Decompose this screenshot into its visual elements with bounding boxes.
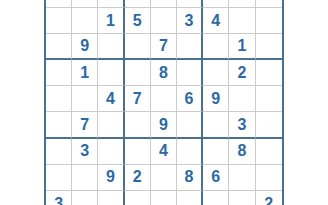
- sudoku-cell-r7c6[interactable]: [177, 139, 203, 165]
- given-digit: 1: [54, 0, 63, 3]
- sudoku-cell-r4c2[interactable]: 1: [72, 60, 98, 86]
- given-digit: 7: [159, 38, 168, 54]
- sudoku-cell-r2c1[interactable]: [46, 8, 72, 34]
- given-digit: 7: [133, 91, 142, 107]
- given-digit: 4: [106, 91, 115, 107]
- given-digit: 9: [211, 91, 220, 107]
- sudoku-cell-r9c7[interactable]: [203, 191, 229, 205]
- sudoku-cell-r8c7[interactable]: 6: [203, 165, 229, 191]
- sudoku-cell-r8c5[interactable]: [151, 165, 177, 191]
- sudoku-cell-r1c1[interactable]: 1: [46, 0, 72, 8]
- given-digit: 4: [159, 143, 168, 159]
- given-digit: 1: [237, 38, 246, 54]
- sudoku-cell-r2c2[interactable]: [72, 8, 98, 34]
- given-digit: 4: [264, 0, 273, 3]
- sudoku-cell-r5c4[interactable]: 7: [125, 86, 151, 112]
- sudoku-cell-r8c2[interactable]: [72, 165, 98, 191]
- sudoku-cell-r6c6[interactable]: [177, 112, 203, 138]
- sudoku-cell-r6c7[interactable]: [203, 112, 229, 138]
- sudoku-cell-r3c1[interactable]: [46, 34, 72, 60]
- sudoku-cell-r8c6[interactable]: 8: [177, 165, 203, 191]
- sudoku-board-viewport: 1415349711824769793348928632: [0, 0, 328, 205]
- sudoku-cell-r7c1[interactable]: [46, 139, 72, 165]
- sudoku-cell-r1c3[interactable]: [98, 0, 124, 8]
- sudoku-cell-r3c4[interactable]: [125, 34, 151, 60]
- sudoku-grid: 1415349711824769793348928632: [44, 0, 284, 205]
- sudoku-cell-r7c3[interactable]: [98, 139, 124, 165]
- sudoku-cell-r6c3[interactable]: [98, 112, 124, 138]
- sudoku-cell-r1c5[interactable]: [151, 0, 177, 8]
- sudoku-cell-r3c8[interactable]: 1: [229, 34, 255, 60]
- sudoku-cell-r3c7[interactable]: [203, 34, 229, 60]
- given-digit: 5: [133, 13, 142, 29]
- sudoku-cell-r6c5[interactable]: 9: [151, 112, 177, 138]
- sudoku-cell-r5c6[interactable]: 6: [177, 86, 203, 112]
- sudoku-cell-r4c9[interactable]: [256, 60, 282, 86]
- sudoku-cell-r6c8[interactable]: 3: [229, 112, 255, 138]
- sudoku-cell-r1c6[interactable]: [177, 0, 203, 8]
- sudoku-cell-r8c3[interactable]: 9: [98, 165, 124, 191]
- given-digit: 4: [211, 13, 220, 29]
- sudoku-cell-r3c6[interactable]: [177, 34, 203, 60]
- sudoku-cell-r7c2[interactable]: 3: [72, 139, 98, 165]
- sudoku-cell-r5c7[interactable]: 9: [203, 86, 229, 112]
- sudoku-cell-r9c4[interactable]: [125, 191, 151, 205]
- given-digit: 1: [80, 65, 89, 81]
- sudoku-cell-r8c9[interactable]: [256, 165, 282, 191]
- sudoku-cell-r5c1[interactable]: [46, 86, 72, 112]
- sudoku-cell-r9c5[interactable]: [151, 191, 177, 205]
- sudoku-cell-r4c4[interactable]: [125, 60, 151, 86]
- sudoku-cell-r4c3[interactable]: [98, 60, 124, 86]
- sudoku-cell-r9c9[interactable]: 2: [256, 191, 282, 205]
- given-digit: 2: [264, 196, 273, 205]
- sudoku-cell-r1c9[interactable]: 4: [256, 0, 282, 8]
- sudoku-cell-r7c4[interactable]: [125, 139, 151, 165]
- given-digit: 8: [237, 143, 246, 159]
- given-digit: 3: [54, 196, 63, 205]
- sudoku-cell-r7c9[interactable]: [256, 139, 282, 165]
- sudoku-cell-r7c7[interactable]: [203, 139, 229, 165]
- sudoku-cell-r5c5[interactable]: [151, 86, 177, 112]
- sudoku-cell-r9c8[interactable]: [229, 191, 255, 205]
- sudoku-cell-r9c2[interactable]: [72, 191, 98, 205]
- given-digit: 3: [185, 13, 194, 29]
- given-digit: 7: [80, 117, 89, 133]
- sudoku-cell-r8c4[interactable]: 2: [125, 165, 151, 191]
- sudoku-cell-r2c7[interactable]: 4: [203, 8, 229, 34]
- sudoku-cell-r2c8[interactable]: [229, 8, 255, 34]
- given-digit: 9: [159, 117, 168, 133]
- given-digit: 6: [211, 169, 220, 185]
- sudoku-cell-r8c8[interactable]: [229, 165, 255, 191]
- given-digit: 1: [106, 13, 115, 29]
- given-digit: 3: [237, 117, 246, 133]
- sudoku-cell-r6c9[interactable]: [256, 112, 282, 138]
- sudoku-cell-r7c8[interactable]: 8: [229, 139, 255, 165]
- given-digit: 3: [80, 143, 89, 159]
- given-digit: 8: [159, 65, 168, 81]
- sudoku-cell-r4c7[interactable]: [203, 60, 229, 86]
- sudoku-cell-r6c1[interactable]: [46, 112, 72, 138]
- sudoku-cell-r3c3[interactable]: [98, 34, 124, 60]
- given-digit: 8: [185, 169, 194, 185]
- sudoku-cell-r9c1[interactable]: 3: [46, 191, 72, 205]
- given-digit: 2: [133, 169, 142, 185]
- sudoku-cell-r2c6[interactable]: 3: [177, 8, 203, 34]
- sudoku-cell-r7c5[interactable]: 4: [151, 139, 177, 165]
- sudoku-cell-r5c3[interactable]: 4: [98, 86, 124, 112]
- given-digit: 9: [80, 38, 89, 54]
- sudoku-cell-r8c1[interactable]: [46, 165, 72, 191]
- sudoku-cell-r2c5[interactable]: [151, 8, 177, 34]
- sudoku-cell-r5c9[interactable]: [256, 86, 282, 112]
- sudoku-cell-r9c6[interactable]: [177, 191, 203, 205]
- sudoku-cell-r3c5[interactable]: 7: [151, 34, 177, 60]
- given-digit: 2: [237, 65, 246, 81]
- sudoku-cell-r1c8[interactable]: [229, 0, 255, 8]
- given-digit: 9: [106, 169, 115, 185]
- sudoku-cell-r2c4[interactable]: 5: [125, 8, 151, 34]
- sudoku-cell-r2c3[interactable]: 1: [98, 8, 124, 34]
- sudoku-cell-r1c7[interactable]: [203, 0, 229, 8]
- sudoku-cell-r1c4[interactable]: [125, 0, 151, 8]
- sudoku-cell-r1c2[interactable]: [72, 0, 98, 8]
- sudoku-cell-r5c8[interactable]: [229, 86, 255, 112]
- sudoku-cell-r2c9[interactable]: [256, 8, 282, 34]
- sudoku-cell-r3c9[interactable]: [256, 34, 282, 60]
- sudoku-cell-r6c4[interactable]: [125, 112, 151, 138]
- sudoku-cell-r6c2[interactable]: 7: [72, 112, 98, 138]
- sudoku-cell-r9c3[interactable]: [98, 191, 124, 205]
- sudoku-cell-r4c6[interactable]: [177, 60, 203, 86]
- sudoku-cell-r4c8[interactable]: 2: [229, 60, 255, 86]
- sudoku-cell-r5c2[interactable]: [72, 86, 98, 112]
- sudoku-cell-r3c2[interactable]: 9: [72, 34, 98, 60]
- given-digit: 6: [185, 91, 194, 107]
- sudoku-cell-r4c1[interactable]: [46, 60, 72, 86]
- sudoku-cell-r4c5[interactable]: 8: [151, 60, 177, 86]
